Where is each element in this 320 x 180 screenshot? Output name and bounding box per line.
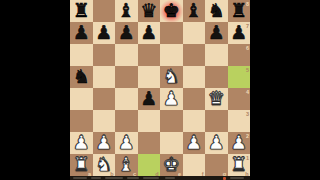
square-b6[interactable]	[93, 44, 116, 66]
square-d1[interactable]: d	[138, 154, 161, 176]
square-b2[interactable]: ♟	[93, 132, 116, 154]
piece-black-rook-a8[interactable]: ♜	[70, 0, 93, 22]
piece-black-pawn-a7[interactable]: ♟	[70, 22, 93, 44]
piece-black-king-e8[interactable]: ♚	[160, 0, 183, 22]
square-g2[interactable]: ♟	[205, 132, 228, 154]
square-c6[interactable]	[115, 44, 138, 66]
square-f4[interactable]	[183, 88, 206, 110]
square-a7[interactable]: ♟	[70, 22, 93, 44]
square-d8[interactable]: ♛	[138, 0, 161, 22]
square-d5[interactable]	[138, 66, 161, 88]
square-g8[interactable]: ♞	[205, 0, 228, 22]
piece-black-pawn-h7[interactable]: ♟	[228, 22, 251, 44]
square-a8[interactable]: ♜	[70, 0, 93, 22]
ui-strip-text-smudge	[230, 177, 244, 179]
piece-white-rook-a1[interactable]: ♜	[70, 154, 93, 176]
square-h1[interactable]: ♜1h	[228, 154, 251, 176]
ui-strip-text-smudge	[127, 177, 139, 179]
letterbox-left	[0, 0, 70, 180]
ui-strip	[70, 176, 250, 180]
chess-board[interactable]: ♜♝♛♚♝♞♜8♟♟♟♟♟♟76♞♞5♟♟♛43♟♟♟♟♟♟2♜a♞b♝cd♚e…	[70, 0, 250, 176]
square-d3[interactable]	[138, 110, 161, 132]
square-h6[interactable]: 6	[228, 44, 251, 66]
square-a1[interactable]: ♜a	[70, 154, 93, 176]
square-d7[interactable]: ♟	[138, 22, 161, 44]
square-f2[interactable]: ♟	[183, 132, 206, 154]
piece-white-knight-e5[interactable]: ♞	[160, 66, 183, 88]
piece-black-knight-g8[interactable]: ♞	[205, 0, 228, 22]
piece-black-pawn-c7[interactable]: ♟	[115, 22, 138, 44]
square-d6[interactable]	[138, 44, 161, 66]
square-h8[interactable]: ♜8	[228, 0, 251, 22]
piece-white-pawn-h2[interactable]: ♟	[228, 132, 251, 154]
coord-rank-6: 6	[246, 45, 249, 51]
piece-black-pawn-d4[interactable]: ♟	[138, 88, 161, 110]
square-b5[interactable]	[93, 66, 116, 88]
piece-black-pawn-b7[interactable]: ♟	[93, 22, 116, 44]
square-e1[interactable]: ♚e	[160, 154, 183, 176]
square-f7[interactable]	[183, 22, 206, 44]
square-d2[interactable]	[138, 132, 161, 154]
square-g5[interactable]	[205, 66, 228, 88]
square-g6[interactable]	[205, 44, 228, 66]
coord-rank-5: 5	[246, 67, 249, 73]
square-d4[interactable]: ♟	[138, 88, 161, 110]
piece-white-king-e1[interactable]: ♚	[160, 154, 183, 176]
piece-black-bishop-f8[interactable]: ♝	[183, 0, 206, 22]
piece-white-pawn-g2[interactable]: ♟	[205, 132, 228, 154]
square-h3[interactable]: 3	[228, 110, 251, 132]
square-c8[interactable]: ♝	[115, 0, 138, 22]
ui-strip-text-smudge	[165, 177, 175, 179]
ui-strip-text-smudge	[105, 177, 123, 179]
square-g7[interactable]: ♟	[205, 22, 228, 44]
square-g1[interactable]: g	[205, 154, 228, 176]
piece-black-bishop-c8[interactable]: ♝	[115, 0, 138, 22]
square-b4[interactable]	[93, 88, 116, 110]
square-f6[interactable]	[183, 44, 206, 66]
square-f8[interactable]: ♝	[183, 0, 206, 22]
square-c3[interactable]	[115, 110, 138, 132]
piece-white-bishop-c1[interactable]: ♝	[115, 154, 138, 176]
piece-white-pawn-f2[interactable]: ♟	[183, 132, 206, 154]
piece-white-pawn-b2[interactable]: ♟	[93, 132, 116, 154]
square-f5[interactable]	[183, 66, 206, 88]
square-e5[interactable]: ♞	[160, 66, 183, 88]
piece-black-rook-h8[interactable]: ♜	[228, 0, 251, 22]
square-b8[interactable]	[93, 0, 116, 22]
square-a2[interactable]: ♟	[70, 132, 93, 154]
square-e8[interactable]: ♚	[160, 0, 183, 22]
square-a3[interactable]	[70, 110, 93, 132]
square-f1[interactable]: f	[183, 154, 206, 176]
ui-strip-text-smudge	[91, 177, 101, 179]
square-g4[interactable]: ♛	[205, 88, 228, 110]
piece-white-queen-g4[interactable]: ♛	[205, 88, 228, 110]
square-a6[interactable]	[70, 44, 93, 66]
square-f3[interactable]	[183, 110, 206, 132]
square-b7[interactable]: ♟	[93, 22, 116, 44]
ui-strip-text-smudge	[73, 177, 87, 179]
coord-rank-3: 3	[246, 111, 249, 117]
letterbox-right	[250, 0, 320, 180]
square-c2[interactable]: ♟	[115, 132, 138, 154]
square-e6[interactable]	[160, 44, 183, 66]
square-b3[interactable]	[93, 110, 116, 132]
square-c7[interactable]: ♟	[115, 22, 138, 44]
piece-white-pawn-a2[interactable]: ♟	[70, 132, 93, 154]
square-h5[interactable]: 5	[228, 66, 251, 88]
square-c1[interactable]: ♝c	[115, 154, 138, 176]
piece-black-queen-d8[interactable]: ♛	[138, 0, 161, 22]
ui-strip-text-smudge	[143, 177, 159, 179]
coord-rank-4: 4	[246, 89, 249, 95]
square-e3[interactable]	[160, 110, 183, 132]
square-h2[interactable]: ♟2	[228, 132, 251, 154]
square-h7[interactable]: ♟7	[228, 22, 251, 44]
ui-strip-orange-dot	[223, 177, 226, 180]
video-frame: ♜♝♛♚♝♞♜8♟♟♟♟♟♟76♞♞5♟♟♛43♟♟♟♟♟♟2♜a♞b♝cd♚e…	[0, 0, 320, 180]
piece-black-pawn-g7[interactable]: ♟	[205, 22, 228, 44]
square-e2[interactable]	[160, 132, 183, 154]
square-a5[interactable]: ♞	[70, 66, 93, 88]
piece-white-pawn-c2[interactable]: ♟	[115, 132, 138, 154]
square-g3[interactable]	[205, 110, 228, 132]
square-b1[interactable]: ♞b	[93, 154, 116, 176]
square-e4[interactable]: ♟	[160, 88, 183, 110]
piece-black-knight-a5[interactable]: ♞	[70, 66, 93, 88]
piece-white-rook-h1[interactable]: ♜	[228, 154, 251, 176]
piece-white-pawn-e4[interactable]: ♟	[160, 88, 183, 110]
square-a4[interactable]	[70, 88, 93, 110]
square-h4[interactable]: 4	[228, 88, 251, 110]
square-e7[interactable]	[160, 22, 183, 44]
piece-black-pawn-d7[interactable]: ♟	[138, 22, 161, 44]
piece-white-knight-b1[interactable]: ♞	[93, 154, 116, 176]
square-c4[interactable]	[115, 88, 138, 110]
square-c5[interactable]	[115, 66, 138, 88]
